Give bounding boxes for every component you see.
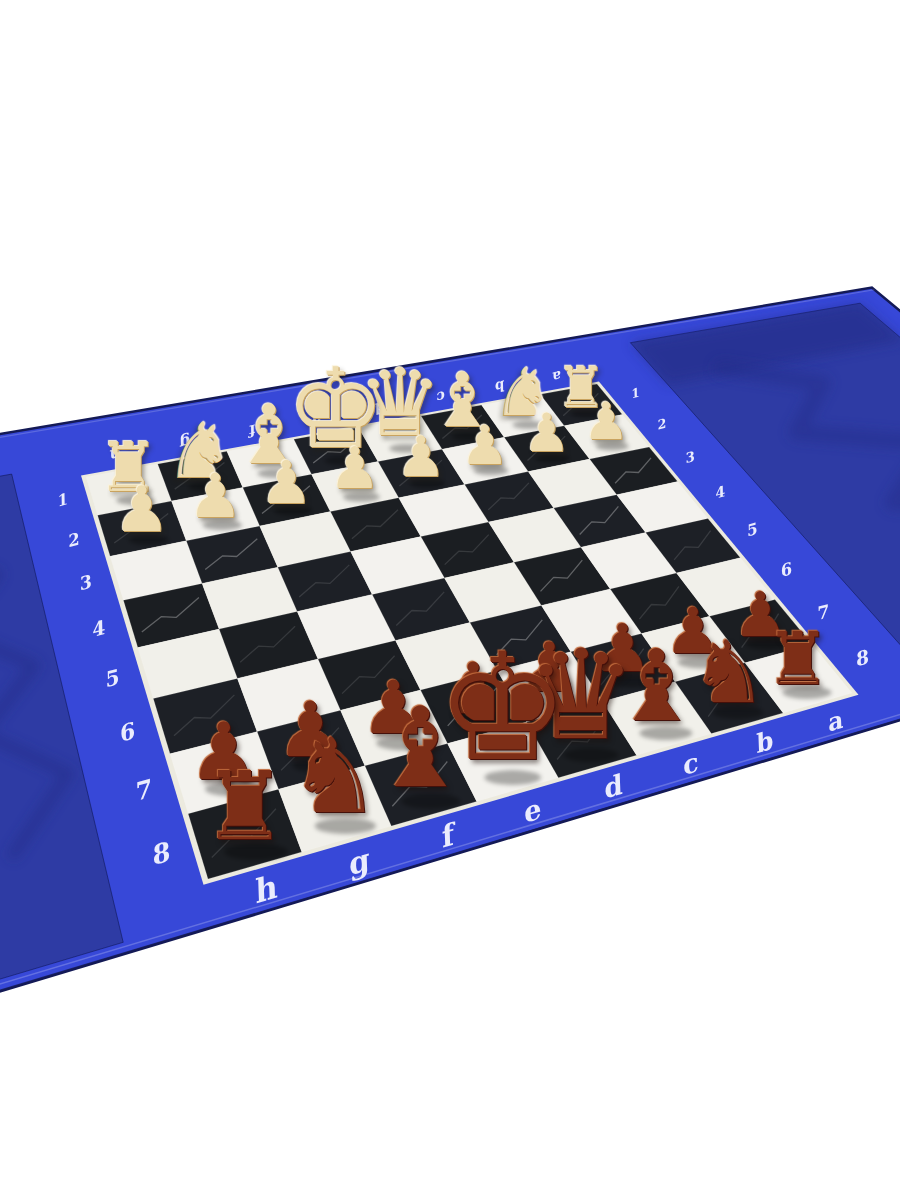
piece-shadow xyxy=(274,506,312,516)
chess-mat-and-board: 1122334455667788hhggffeeddccbbaa xyxy=(0,0,900,1200)
piece-shadow xyxy=(188,482,225,492)
piece-shadow xyxy=(315,818,376,834)
piece-shadow xyxy=(376,736,430,750)
piece-shadow xyxy=(607,675,656,688)
piece-shadow xyxy=(678,656,725,668)
piece-shadow xyxy=(292,758,349,773)
piece-shadow xyxy=(564,748,619,762)
piece-shadow xyxy=(536,454,570,463)
piece-shadow xyxy=(484,770,541,785)
piece-shadow xyxy=(782,686,831,699)
piece-shadow xyxy=(258,469,294,478)
piece-shadow xyxy=(456,715,509,729)
piece-shadow xyxy=(224,844,288,861)
piece-shadow xyxy=(325,456,360,465)
piece-shadow xyxy=(571,410,602,418)
piece-shadow xyxy=(452,432,485,441)
piece-shadow xyxy=(116,495,154,505)
piece-shadow xyxy=(205,781,264,796)
piece-shadow xyxy=(389,444,423,453)
piece-shadow xyxy=(410,479,446,488)
piece-shadow xyxy=(746,638,792,650)
piece-shadow xyxy=(401,794,460,809)
piece-shadow xyxy=(343,492,380,502)
piece-shadow xyxy=(596,442,629,451)
piece-shadow xyxy=(512,421,544,429)
piece-shadow xyxy=(129,535,169,545)
piece-shadow xyxy=(533,694,584,707)
piece-shadow xyxy=(474,466,509,475)
product-photo-stage: 1122334455667788hhggffeeddccbbaa ♜♞♝♟♛♟♚… xyxy=(0,0,900,1200)
piece-shadow xyxy=(203,520,242,530)
piece-shadow xyxy=(712,706,763,719)
piece-shadow xyxy=(640,726,693,740)
